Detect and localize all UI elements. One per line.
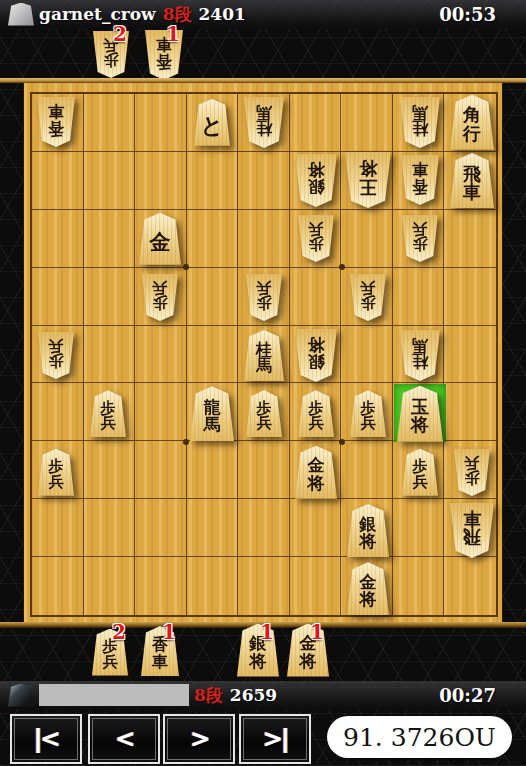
koma-shape: 金将 xyxy=(295,446,337,499)
koma-kanji: 飛車 xyxy=(463,510,481,552)
koma-kanji: 金将 xyxy=(308,452,325,492)
board-piece[interactable]: 歩兵 xyxy=(246,274,282,321)
koma-shape: 飛車 xyxy=(450,153,494,208)
koma-kanji: 歩兵 xyxy=(257,279,272,315)
koma-kanji: 歩兵 xyxy=(101,396,116,432)
koma-kanji: 桂馬 xyxy=(256,337,272,375)
board-piece[interactable]: 王将 xyxy=(345,152,391,208)
koma-kanji: 王将 xyxy=(359,160,377,202)
board-square[interactable] xyxy=(84,326,136,384)
board-square[interactable] xyxy=(187,152,239,210)
board-piece[interactable]: 桂馬 xyxy=(400,330,440,381)
koma-shape: 香車 xyxy=(401,155,439,205)
koma-shape: 金 xyxy=(139,213,181,265)
board-piece[interactable]: 歩兵 xyxy=(90,390,126,437)
bottom-player-rank: 8段 xyxy=(194,684,223,707)
koma-kanji: 歩兵 xyxy=(309,221,324,257)
board-piece[interactable]: 桂馬 xyxy=(244,330,284,381)
board-square[interactable] xyxy=(393,268,445,326)
koma-kanji: 龍馬 xyxy=(204,394,221,434)
board-square[interactable] xyxy=(135,441,187,499)
captured-piece-count: 2 xyxy=(113,22,127,46)
prev-move-button[interactable]: < xyxy=(88,714,160,764)
board-piece[interactable]: 歩兵 xyxy=(454,449,490,496)
koma-shape: 歩兵 xyxy=(38,332,74,379)
captured-piece-count: 1 xyxy=(260,620,274,644)
bottom-player-bar: 8段 2659 00:27 xyxy=(0,681,526,710)
board-star-dot xyxy=(183,264,189,270)
board-square[interactable] xyxy=(32,210,84,268)
board-square[interactable] xyxy=(187,441,239,499)
koma-kanji: 桂馬 xyxy=(256,103,272,141)
board-piece[interactable]: 歩兵 xyxy=(246,390,282,437)
first-move-button[interactable]: |< xyxy=(10,714,82,764)
captured-piece-count: 1 xyxy=(166,22,180,46)
board-piece[interactable]: 桂馬 xyxy=(244,97,284,148)
board-piece[interactable]: 歩兵 xyxy=(402,215,438,262)
board-square[interactable] xyxy=(32,152,84,210)
koma-kanji: と xyxy=(201,107,224,137)
koma-kanji: 歩兵 xyxy=(257,396,272,432)
board-square[interactable] xyxy=(341,441,393,499)
board-piece[interactable]: 歩兵 xyxy=(350,390,386,437)
board-piece[interactable]: 歩兵 xyxy=(38,332,74,379)
board-square[interactable] xyxy=(84,557,136,615)
koma-shape: 王将 xyxy=(345,152,391,208)
board-piece[interactable]: 歩兵 xyxy=(298,390,334,437)
koma-shape: 銀将 xyxy=(295,154,337,207)
board-piece[interactable]: 金 xyxy=(139,213,181,265)
board-square[interactable] xyxy=(84,268,136,326)
koma-kanji: 銀将 xyxy=(308,336,325,376)
koma-shape: 歩兵 xyxy=(402,215,438,262)
board-square[interactable] xyxy=(187,557,239,615)
board-piece[interactable]: 歩兵 xyxy=(402,449,438,496)
koma-kanji: 飛車 xyxy=(463,160,481,202)
board-square[interactable] xyxy=(238,210,290,268)
koma-kanji: 角行 xyxy=(463,101,481,143)
board-square[interactable] xyxy=(32,383,84,441)
board-star-dot xyxy=(339,264,345,270)
board-square[interactable] xyxy=(238,499,290,557)
board-square[interactable] xyxy=(84,210,136,268)
koma-shape: 角行 xyxy=(450,95,494,150)
board-square[interactable] xyxy=(444,326,496,384)
koma-shape: 銀将 xyxy=(347,504,389,557)
board-square[interactable] xyxy=(444,557,496,615)
board-star-dot xyxy=(183,439,189,445)
last-move-label: >| xyxy=(243,718,307,760)
koma-shape: 歩兵 xyxy=(38,449,74,496)
koma-shape: 歩兵 xyxy=(402,449,438,496)
board-piece[interactable]: 角行 xyxy=(450,95,494,150)
board-piece[interactable]: 銀将 xyxy=(347,504,389,557)
koma-kanji: 銀将 xyxy=(360,511,377,551)
board-square[interactable] xyxy=(187,268,239,326)
koma-kanji: 歩兵 xyxy=(49,454,64,490)
top-player-clock: 00:53 xyxy=(439,4,496,25)
captured-piece-count: 1 xyxy=(310,620,324,644)
koma-shape: 銀将 xyxy=(295,329,337,382)
board-square[interactable] xyxy=(135,152,187,210)
koma-shape: 歩兵 xyxy=(298,215,334,262)
koma-shape: 歩兵 xyxy=(90,390,126,437)
board-square[interactable] xyxy=(290,557,342,615)
move-display-text: 91. 3726OU xyxy=(343,723,496,752)
board-square[interactable] xyxy=(290,268,342,326)
first-move-label: |< xyxy=(14,718,78,760)
koma-kanji: 銀将 xyxy=(308,161,325,201)
board-piece[interactable]: 金将 xyxy=(295,446,337,499)
top-player-name: garnet_crow xyxy=(39,4,156,24)
shogi-app-screen: garnet_crow 8段 2401 00:53 歩兵2香車1 香車と桂馬桂馬… xyxy=(0,0,526,766)
board-square[interactable] xyxy=(290,499,342,557)
koma-kanji: 金将 xyxy=(360,569,377,609)
koma-kanji: 桂馬 xyxy=(412,103,428,141)
top-player-bar: garnet_crow 8段 2401 00:53 xyxy=(0,0,526,29)
koma-shape: 歩兵 xyxy=(298,390,334,437)
board-piece[interactable]: 飛車 xyxy=(450,153,494,208)
koma-kanji: 歩兵 xyxy=(153,279,168,315)
shogi-piece-icon xyxy=(8,684,34,707)
koma-kanji: 歩兵 xyxy=(361,279,376,315)
board-square[interactable] xyxy=(32,499,84,557)
board-piece[interactable]: 飛車 xyxy=(450,503,494,558)
koma-shape: 金将 xyxy=(347,562,389,615)
koma-shape: 歩兵 xyxy=(246,390,282,437)
board-square[interactable] xyxy=(135,326,187,384)
koma-kanji: 桂馬 xyxy=(412,337,428,375)
koma-shape: 歩兵 xyxy=(350,274,386,321)
koma-shape: 歩兵 xyxy=(350,390,386,437)
board-piece[interactable]: 玉将 xyxy=(397,386,443,442)
koma-kanji: 歩兵 xyxy=(465,454,480,490)
board-square[interactable] xyxy=(290,94,342,152)
board-piece[interactable]: 歩兵 xyxy=(298,215,334,262)
board-square[interactable] xyxy=(187,326,239,384)
board-square[interactable] xyxy=(187,499,239,557)
board-square[interactable] xyxy=(444,383,496,441)
board-piece[interactable]: 香車 xyxy=(37,97,75,147)
koma-shape: 歩兵 xyxy=(454,449,490,496)
move-display-box[interactable]: 91. 3726OU xyxy=(327,716,512,758)
koma-shape: 飛車 xyxy=(450,503,494,558)
koma-shape: 歩兵 xyxy=(142,274,178,321)
bottom-player-clock: 00:27 xyxy=(439,685,496,706)
board-square[interactable] xyxy=(393,557,445,615)
koma-kanji: 金 xyxy=(150,224,171,253)
last-move-button[interactable]: >| xyxy=(239,714,311,764)
koma-shape: 桂馬 xyxy=(400,97,440,148)
bottom-player-rating: 2659 xyxy=(230,685,277,705)
board-piece[interactable]: 金将 xyxy=(347,562,389,615)
board-piece[interactable]: 香車 xyxy=(401,155,439,205)
koma-kanji: 歩兵 xyxy=(361,396,376,432)
koma-kanji: 歩兵 xyxy=(309,396,324,432)
koma-shape: 桂馬 xyxy=(400,330,440,381)
shogi-piece-icon xyxy=(8,3,34,26)
koma-shape: 桂馬 xyxy=(244,97,284,148)
captured-piece-count: 2 xyxy=(112,620,126,644)
board-piece[interactable]: 銀将 xyxy=(295,154,337,207)
top-player-rating: 2401 xyxy=(199,4,246,24)
board-piece[interactable]: 歩兵 xyxy=(350,274,386,321)
koma-shape: 玉将 xyxy=(397,386,443,442)
koma-kanji: 香車 xyxy=(412,162,428,200)
board-square[interactable] xyxy=(135,557,187,615)
board-square[interactable] xyxy=(32,268,84,326)
board-star-dot xyxy=(339,439,345,445)
board-square[interactable] xyxy=(84,94,136,152)
board-square[interactable] xyxy=(135,94,187,152)
koma-kanji: 香車 xyxy=(48,103,64,141)
board-square[interactable] xyxy=(444,210,496,268)
board-piece[interactable]: 桂馬 xyxy=(400,97,440,148)
board-piece[interactable]: 銀将 xyxy=(295,329,337,382)
prev-move-label: < xyxy=(92,718,156,760)
koma-shape: 桂馬 xyxy=(244,330,284,381)
koma-kanji: 玉将 xyxy=(411,393,429,435)
board-square[interactable] xyxy=(444,268,496,326)
board-piece[interactable]: 歩兵 xyxy=(38,449,74,496)
koma-shape: 歩兵 xyxy=(246,274,282,321)
bottom-player-name-mask xyxy=(39,684,189,706)
board-square[interactable] xyxy=(393,499,445,557)
board-piece[interactable]: 歩兵 xyxy=(142,274,178,321)
koma-shape: 龍馬 xyxy=(190,386,234,441)
next-move-label: > xyxy=(167,718,231,760)
board-piece[interactable]: と xyxy=(194,99,230,146)
board-square[interactable] xyxy=(84,441,136,499)
board-square[interactable] xyxy=(135,383,187,441)
board-square[interactable] xyxy=(341,326,393,384)
board-square[interactable] xyxy=(238,152,290,210)
captured-piece-count: 1 xyxy=(162,620,176,644)
board-piece[interactable]: 龍馬 xyxy=(190,386,234,441)
koma-shape: と xyxy=(194,99,230,146)
koma-kanji: 歩兵 xyxy=(49,338,64,374)
board-square[interactable] xyxy=(341,94,393,152)
board-square[interactable] xyxy=(135,499,187,557)
board-square[interactable] xyxy=(84,499,136,557)
board-square[interactable] xyxy=(32,557,84,615)
next-move-button[interactable]: > xyxy=(163,714,235,764)
board-square[interactable] xyxy=(341,210,393,268)
board-square[interactable] xyxy=(84,152,136,210)
koma-shape: 香車 xyxy=(37,97,75,147)
koma-kanji: 歩兵 xyxy=(413,221,428,257)
koma-kanji: 歩兵 xyxy=(413,454,428,490)
board-square[interactable] xyxy=(238,441,290,499)
board-square[interactable] xyxy=(187,210,239,268)
board-square[interactable] xyxy=(238,557,290,615)
